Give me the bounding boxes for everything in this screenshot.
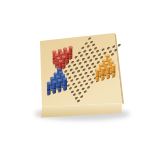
orange-peg[interactable] bbox=[101, 68, 105, 80]
board-hole[interactable] bbox=[87, 86, 90, 89]
board-hole[interactable] bbox=[77, 100, 80, 103]
board-hole[interactable] bbox=[91, 81, 94, 84]
cell-r13-c19 bbox=[96, 79, 99, 84]
blue-peg[interactable] bbox=[47, 83, 51, 95]
cell-r13-c5 bbox=[58, 89, 61, 94]
cell-r13-c1 bbox=[47, 92, 50, 97]
board-hole[interactable] bbox=[81, 95, 84, 98]
cell-r13-c23 bbox=[106, 76, 109, 81]
photo-background bbox=[0, 0, 150, 150]
cell-r14-c16 bbox=[87, 85, 90, 90]
board-hole[interactable] bbox=[118, 44, 121, 47]
cell-r13-c7 bbox=[63, 88, 66, 93]
blue-peg[interactable] bbox=[52, 81, 56, 93]
cell-r13-c3 bbox=[52, 91, 55, 96]
cell-r7-c23 bbox=[111, 52, 114, 57]
board-hole[interactable] bbox=[111, 53, 114, 56]
board-hole[interactable] bbox=[115, 49, 118, 52]
blue-peg[interactable] bbox=[58, 80, 62, 92]
cell-r13-c17 bbox=[90, 80, 93, 85]
orange-peg[interactable] bbox=[112, 65, 116, 77]
cell-r13-c21 bbox=[101, 77, 104, 82]
cell-r16-c14 bbox=[80, 94, 83, 99]
red-peg[interactable] bbox=[65, 52, 69, 64]
orange-peg[interactable] bbox=[95, 69, 99, 81]
cell-r6-c24 bbox=[114, 48, 117, 53]
blue-peg[interactable] bbox=[63, 78, 67, 90]
cell-r15-c15 bbox=[83, 90, 86, 95]
orange-peg[interactable] bbox=[106, 66, 110, 78]
board-hole[interactable] bbox=[84, 90, 87, 93]
